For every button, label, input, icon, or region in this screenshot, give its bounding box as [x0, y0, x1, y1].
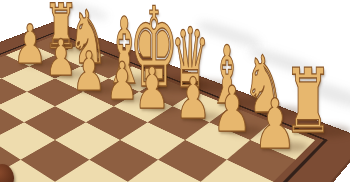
white-pawn-5: ♟	[134, 60, 170, 117]
white-pawn-7: ♟	[212, 78, 252, 141]
white-pawn-3: ♟	[72, 45, 106, 99]
white-pawn-1: ♟	[13, 18, 47, 72]
white-pawn-6: ♟	[175, 70, 211, 127]
pieces-layer: ♜♞♝♚♛♝♞♜♟♟♟♟♟♟♟♟	[0, 0, 350, 182]
chess-set-product-photo: ♜♞♝♚♛♝♞♜♟♟♟♟♟♟♟♟	[0, 0, 350, 182]
white-pawn-8: ♟	[253, 90, 296, 159]
